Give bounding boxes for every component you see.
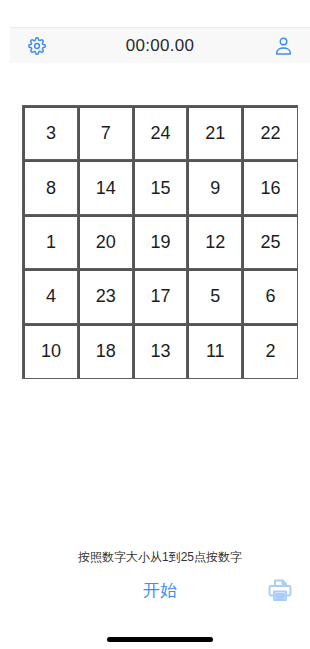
cell-3[interactable]: 3: [23, 106, 78, 160]
cell-2[interactable]: 2: [242, 324, 297, 378]
profile-button[interactable]: [273, 36, 293, 56]
cell-13[interactable]: 13: [133, 324, 188, 378]
cell-1[interactable]: 1: [23, 215, 78, 269]
printer-icon: [266, 577, 294, 603]
home-indicator[interactable]: [107, 637, 213, 642]
settings-button[interactable]: [27, 36, 47, 56]
instruction-text: 按照数字大小从1到25点按数字: [10, 550, 310, 564]
cell-21[interactable]: 21: [187, 106, 242, 160]
cell-24[interactable]: 24: [133, 106, 188, 160]
stopwatch-timer: 00:00.00: [10, 28, 310, 64]
cell-23[interactable]: 23: [78, 269, 133, 323]
cell-11[interactable]: 11: [187, 324, 242, 378]
app-screen: 00:00.00 3724212281415916120191225423175…: [10, 0, 310, 649]
person-icon: [275, 36, 292, 55]
cell-4[interactable]: 4: [23, 269, 78, 323]
cell-10[interactable]: 10: [23, 324, 78, 378]
cell-5[interactable]: 5: [187, 269, 242, 323]
schulte-grid: 3724212281415916120191225423175610181311…: [22, 105, 298, 379]
cell-16[interactable]: 16: [242, 160, 297, 214]
gear-icon: [28, 37, 46, 55]
cell-18[interactable]: 18: [78, 324, 133, 378]
cell-25[interactable]: 25: [242, 215, 297, 269]
navigation-bar: 00:00.00: [10, 27, 310, 63]
cell-8[interactable]: 8: [23, 160, 78, 214]
cell-9[interactable]: 9: [187, 160, 242, 214]
cell-19[interactable]: 19: [133, 215, 188, 269]
start-button[interactable]: 开始: [10, 580, 310, 602]
cell-7[interactable]: 7: [78, 106, 133, 160]
cell-12[interactable]: 12: [187, 215, 242, 269]
cell-6[interactable]: 6: [242, 269, 297, 323]
cell-22[interactable]: 22: [242, 106, 297, 160]
print-button[interactable]: [266, 577, 294, 603]
cell-17[interactable]: 17: [133, 269, 188, 323]
cell-20[interactable]: 20: [78, 215, 133, 269]
cell-15[interactable]: 15: [133, 160, 188, 214]
cell-14[interactable]: 14: [78, 160, 133, 214]
